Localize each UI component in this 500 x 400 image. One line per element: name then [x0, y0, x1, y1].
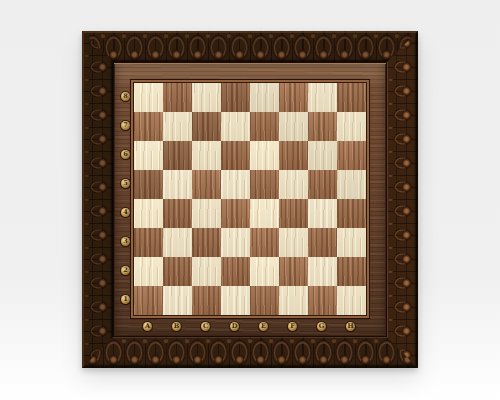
rank-marker-2: 2 — [121, 266, 130, 275]
square-e7 — [250, 112, 279, 141]
square-d5 — [221, 170, 250, 199]
square-f5 — [279, 170, 308, 199]
rank-marker-6: 6 — [121, 150, 130, 159]
square-g7 — [308, 112, 337, 141]
square-a3 — [134, 228, 163, 257]
square-d8 — [221, 83, 250, 112]
square-a2 — [134, 257, 163, 286]
frame-carving-right — [386, 31, 418, 368]
square-d1 — [221, 286, 250, 315]
square-a1 — [134, 286, 163, 315]
rank-marker-3: 3 — [121, 237, 130, 246]
rank-marker-8: 8 — [121, 92, 130, 101]
square-d6 — [221, 141, 250, 170]
rank-marker-7: 7 — [121, 121, 130, 130]
square-g5 — [308, 170, 337, 199]
square-h1 — [337, 286, 366, 315]
square-e2 — [250, 257, 279, 286]
file-marker-e: E — [259, 322, 268, 331]
square-c5 — [192, 170, 221, 199]
rank-marker-1: 1 — [121, 295, 130, 304]
frame-carving-bottom — [82, 336, 418, 368]
square-d4 — [221, 199, 250, 228]
square-b6 — [163, 141, 192, 170]
square-e4 — [250, 199, 279, 228]
square-c2 — [192, 257, 221, 286]
square-g1 — [308, 286, 337, 315]
square-g6 — [308, 141, 337, 170]
square-h2 — [337, 257, 366, 286]
square-e8 — [250, 83, 279, 112]
square-h4 — [337, 199, 366, 228]
square-h5 — [337, 170, 366, 199]
file-marker-h: H — [346, 322, 355, 331]
square-f2 — [279, 257, 308, 286]
photo-background: 87654321 ABCDEFGH — [0, 0, 500, 400]
square-c6 — [192, 141, 221, 170]
square-f8 — [279, 83, 308, 112]
rank-labels: 87654321 — [120, 82, 131, 314]
file-marker-b: B — [172, 322, 181, 331]
square-f7 — [279, 112, 308, 141]
square-b8 — [163, 83, 192, 112]
file-labels: ABCDEFGH — [133, 321, 365, 332]
file-marker-a: A — [143, 322, 152, 331]
square-h7 — [337, 112, 366, 141]
square-g2 — [308, 257, 337, 286]
square-a5 — [134, 170, 163, 199]
chess-board — [133, 82, 367, 316]
square-e6 — [250, 141, 279, 170]
file-marker-d: D — [230, 322, 239, 331]
square-h3 — [337, 228, 366, 257]
square-f4 — [279, 199, 308, 228]
carved-wood-chessboard: 87654321 ABCDEFGH — [82, 31, 418, 368]
square-a8 — [134, 83, 163, 112]
rank-marker-5: 5 — [121, 179, 130, 188]
walnut-inner-border: 87654321 ABCDEFGH — [114, 63, 386, 336]
square-d3 — [221, 228, 250, 257]
square-a7 — [134, 112, 163, 141]
frame-carving-top — [82, 31, 418, 63]
square-d2 — [221, 257, 250, 286]
rank-marker-4: 4 — [121, 208, 130, 217]
square-f6 — [279, 141, 308, 170]
file-marker-f: F — [288, 322, 297, 331]
square-c7 — [192, 112, 221, 141]
square-f1 — [279, 286, 308, 315]
square-c3 — [192, 228, 221, 257]
square-g4 — [308, 199, 337, 228]
square-e3 — [250, 228, 279, 257]
square-c8 — [192, 83, 221, 112]
square-a4 — [134, 199, 163, 228]
square-b7 — [163, 112, 192, 141]
square-e1 — [250, 286, 279, 315]
square-b3 — [163, 228, 192, 257]
square-h6 — [337, 141, 366, 170]
square-b1 — [163, 286, 192, 315]
square-b2 — [163, 257, 192, 286]
square-d7 — [221, 112, 250, 141]
square-b5 — [163, 170, 192, 199]
square-f3 — [279, 228, 308, 257]
square-c4 — [192, 199, 221, 228]
square-e5 — [250, 170, 279, 199]
square-h8 — [337, 83, 366, 112]
square-c1 — [192, 286, 221, 315]
square-g3 — [308, 228, 337, 257]
square-a6 — [134, 141, 163, 170]
frame-carving-left — [82, 31, 114, 368]
square-b4 — [163, 199, 192, 228]
file-marker-c: C — [201, 322, 210, 331]
file-marker-g: G — [317, 322, 326, 331]
square-g8 — [308, 83, 337, 112]
